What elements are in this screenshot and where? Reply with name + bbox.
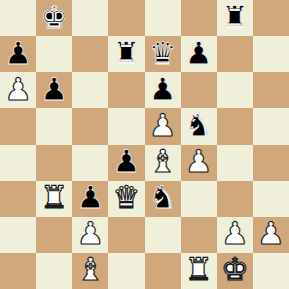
square-b5[interactable] xyxy=(36,108,72,144)
square-c7[interactable] xyxy=(72,36,108,72)
square-h1[interactable] xyxy=(253,253,289,289)
black-pawn-piece[interactable]: ♟ xyxy=(76,182,104,213)
square-h2[interactable]: ♟ xyxy=(253,217,289,253)
white-pawn-piece[interactable]: ♟ xyxy=(221,218,249,249)
black-knight-piece[interactable]: ♞ xyxy=(149,182,177,213)
black-pawn-piece[interactable]: ♟ xyxy=(149,74,177,105)
white-king-piece[interactable]: ♚ xyxy=(221,254,249,285)
square-e2[interactable] xyxy=(145,217,181,253)
black-knight-piece[interactable]: ♞ xyxy=(185,110,213,141)
black-pawn-piece[interactable]: ♟ xyxy=(40,74,68,105)
white-pawn-piece[interactable]: ♟ xyxy=(185,146,213,177)
square-b1[interactable] xyxy=(36,253,72,289)
square-a2[interactable] xyxy=(0,217,36,253)
square-g7[interactable] xyxy=(217,36,253,72)
square-h5[interactable] xyxy=(253,108,289,144)
square-g4[interactable] xyxy=(217,145,253,181)
square-a3[interactable] xyxy=(0,181,36,217)
square-b6[interactable]: ♟ xyxy=(36,72,72,108)
black-queen-piece[interactable]: ♛ xyxy=(149,38,177,69)
black-pawn-piece[interactable]: ♟ xyxy=(4,38,32,69)
square-e3[interactable]: ♞ xyxy=(145,181,181,217)
square-d1[interactable] xyxy=(108,253,144,289)
square-a1[interactable] xyxy=(0,253,36,289)
square-c1[interactable]: ♝ xyxy=(72,253,108,289)
square-e8[interactable] xyxy=(145,0,181,36)
square-h4[interactable] xyxy=(253,145,289,181)
square-b3[interactable]: ♜ xyxy=(36,181,72,217)
square-g6[interactable] xyxy=(217,72,253,108)
chess-board: ♚♜♟♜♛♟♟♟♟♟♞♟♝♟♜♟♛♞♟♟♟♝♜♚ xyxy=(0,0,289,289)
square-f2[interactable] xyxy=(181,217,217,253)
square-f8[interactable] xyxy=(181,0,217,36)
white-bishop-piece[interactable]: ♝ xyxy=(149,146,177,177)
black-rook-piece[interactable]: ♜ xyxy=(113,38,141,69)
square-d4[interactable]: ♟ xyxy=(108,145,144,181)
square-h7[interactable] xyxy=(253,36,289,72)
square-f6[interactable] xyxy=(181,72,217,108)
square-f7[interactable]: ♟ xyxy=(181,36,217,72)
white-pawn-piece[interactable]: ♟ xyxy=(257,218,285,249)
square-f1[interactable]: ♜ xyxy=(181,253,217,289)
square-b7[interactable] xyxy=(36,36,72,72)
square-f5[interactable]: ♞ xyxy=(181,108,217,144)
square-g2[interactable]: ♟ xyxy=(217,217,253,253)
white-queen-piece[interactable]: ♛ xyxy=(113,182,141,213)
square-c6[interactable] xyxy=(72,72,108,108)
square-c2[interactable]: ♟ xyxy=(72,217,108,253)
black-king-piece[interactable]: ♚ xyxy=(40,2,68,33)
square-b8[interactable]: ♚ xyxy=(36,0,72,36)
white-pawn-piece[interactable]: ♟ xyxy=(4,74,32,105)
square-e7[interactable]: ♛ xyxy=(145,36,181,72)
square-g5[interactable] xyxy=(217,108,253,144)
chess-board-container: ♚♜♟♜♛♟♟♟♟♟♞♟♝♟♜♟♛♞♟♟♟♝♜♚ xyxy=(0,0,289,289)
square-a7[interactable]: ♟ xyxy=(0,36,36,72)
square-d6[interactable] xyxy=(108,72,144,108)
square-c4[interactable] xyxy=(72,145,108,181)
square-d8[interactable] xyxy=(108,0,144,36)
square-f4[interactable]: ♟ xyxy=(181,145,217,181)
square-a4[interactable] xyxy=(0,145,36,181)
white-bishop-piece[interactable]: ♝ xyxy=(76,254,104,285)
square-a8[interactable] xyxy=(0,0,36,36)
square-h8[interactable] xyxy=(253,0,289,36)
square-h3[interactable] xyxy=(253,181,289,217)
black-rook-piece[interactable]: ♜ xyxy=(221,2,249,33)
white-pawn-piece[interactable]: ♟ xyxy=(149,110,177,141)
white-rook-piece[interactable]: ♜ xyxy=(40,182,68,213)
square-c8[interactable] xyxy=(72,0,108,36)
square-d7[interactable]: ♜ xyxy=(108,36,144,72)
square-g1[interactable]: ♚ xyxy=(217,253,253,289)
square-a6[interactable]: ♟ xyxy=(0,72,36,108)
square-e6[interactable]: ♟ xyxy=(145,72,181,108)
square-g8[interactable]: ♜ xyxy=(217,0,253,36)
square-d2[interactable] xyxy=(108,217,144,253)
square-b2[interactable] xyxy=(36,217,72,253)
black-pawn-piece[interactable]: ♟ xyxy=(113,146,141,177)
square-c5[interactable] xyxy=(72,108,108,144)
square-c3[interactable]: ♟ xyxy=(72,181,108,217)
square-g3[interactable] xyxy=(217,181,253,217)
white-pawn-piece[interactable]: ♟ xyxy=(76,218,104,249)
square-h6[interactable] xyxy=(253,72,289,108)
square-e1[interactable] xyxy=(145,253,181,289)
square-a5[interactable] xyxy=(0,108,36,144)
square-e4[interactable]: ♝ xyxy=(145,145,181,181)
square-e5[interactable]: ♟ xyxy=(145,108,181,144)
black-pawn-piece[interactable]: ♟ xyxy=(185,38,213,69)
square-d5[interactable] xyxy=(108,108,144,144)
white-rook-piece[interactable]: ♜ xyxy=(185,254,213,285)
square-b4[interactable] xyxy=(36,145,72,181)
square-d3[interactable]: ♛ xyxy=(108,181,144,217)
square-f3[interactable] xyxy=(181,181,217,217)
